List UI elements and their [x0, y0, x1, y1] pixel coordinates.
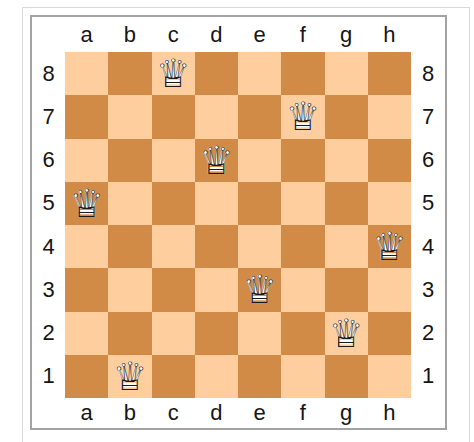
- file-label-bottom-g: g: [325, 398, 368, 428]
- rank-labels-left: 87654321: [32, 52, 65, 398]
- rank-label-left-5: 5: [32, 182, 65, 225]
- square-b1[interactable]: ♛♕: [108, 355, 151, 398]
- file-label-top-e: e: [238, 17, 281, 52]
- square-a7[interactable]: [65, 95, 108, 138]
- square-c2[interactable]: [152, 312, 195, 355]
- square-h2[interactable]: [368, 312, 411, 355]
- square-h7[interactable]: [368, 95, 411, 138]
- square-c8[interactable]: ♛♕: [152, 52, 195, 95]
- square-f7[interactable]: ♛♕: [281, 95, 324, 138]
- square-g2[interactable]: ♛♕: [325, 312, 368, 355]
- square-a8[interactable]: [65, 52, 108, 95]
- rank-label-left-6: 6: [32, 139, 65, 182]
- square-c6[interactable]: [152, 139, 195, 182]
- square-h5[interactable]: [368, 182, 411, 225]
- square-d6[interactable]: ♛♕: [195, 139, 238, 182]
- square-h6[interactable]: [368, 139, 411, 182]
- rank-label-right-4: 4: [411, 225, 445, 268]
- file-label-top-c: c: [152, 17, 195, 52]
- rank-labels-right: 87654321: [411, 52, 445, 398]
- square-c1[interactable]: [152, 355, 195, 398]
- white-queen-g2[interactable]: ♛♕: [325, 312, 368, 355]
- square-g5[interactable]: [325, 182, 368, 225]
- white-queen-outline-glyph: ♕: [195, 139, 238, 182]
- rank-label-left-8: 8: [32, 52, 65, 95]
- file-label-top-b: b: [108, 17, 151, 52]
- square-h3[interactable]: [368, 268, 411, 311]
- square-d8[interactable]: [195, 52, 238, 95]
- file-label-top-g: g: [325, 17, 368, 52]
- square-d3[interactable]: [195, 268, 238, 311]
- square-b2[interactable]: [108, 312, 151, 355]
- square-f3[interactable]: [281, 268, 324, 311]
- square-a3[interactable]: [65, 268, 108, 311]
- white-queen-f7[interactable]: ♛♕: [281, 95, 324, 138]
- square-c4[interactable]: [152, 225, 195, 268]
- file-labels-top: abcdefgh: [65, 17, 411, 52]
- chess-board: ♛♕♛♕♛♕♛♕♛♕♛♕♛♕♛♕: [65, 52, 411, 398]
- square-g8[interactable]: [325, 52, 368, 95]
- rank-label-left-1: 1: [32, 355, 65, 398]
- square-e7[interactable]: [238, 95, 281, 138]
- rank-label-right-6: 6: [411, 139, 445, 182]
- white-queen-outline-glyph: ♕: [238, 268, 281, 311]
- square-e6[interactable]: [238, 139, 281, 182]
- white-queen-h4[interactable]: ♛♕: [368, 225, 411, 268]
- square-h1[interactable]: [368, 355, 411, 398]
- rank-label-left-4: 4: [32, 225, 65, 268]
- square-e8[interactable]: [238, 52, 281, 95]
- white-queen-outline-glyph: ♕: [65, 182, 108, 225]
- square-d5[interactable]: [195, 182, 238, 225]
- white-queen-d6[interactable]: ♛♕: [195, 139, 238, 182]
- square-e4[interactable]: [238, 225, 281, 268]
- square-g3[interactable]: [325, 268, 368, 311]
- white-queen-e3[interactable]: ♛♕: [238, 268, 281, 311]
- white-queen-c8[interactable]: ♛♕: [152, 52, 195, 95]
- file-label-bottom-a: a: [65, 398, 108, 428]
- rank-label-right-5: 5: [411, 182, 445, 225]
- square-g4[interactable]: [325, 225, 368, 268]
- square-f4[interactable]: [281, 225, 324, 268]
- rank-label-right-8: 8: [411, 52, 445, 95]
- square-e1[interactable]: [238, 355, 281, 398]
- square-d1[interactable]: [195, 355, 238, 398]
- page: abcdefgh 87654321 ♛♕♛♕♛♕♛♕♛♕♛♕♛♕♛♕ 87654…: [0, 0, 474, 442]
- white-queen-b1[interactable]: ♛♕: [108, 355, 151, 398]
- square-b7[interactable]: [108, 95, 151, 138]
- white-queen-outline-glyph: ♕: [368, 225, 411, 268]
- file-labels-bottom: abcdefgh: [65, 398, 411, 428]
- square-f8[interactable]: [281, 52, 324, 95]
- square-c3[interactable]: [152, 268, 195, 311]
- file-label-top-d: d: [195, 17, 238, 52]
- square-b5[interactable]: [108, 182, 151, 225]
- white-queen-outline-glyph: ♕: [108, 355, 151, 398]
- square-g6[interactable]: [325, 139, 368, 182]
- square-e3[interactable]: ♛♕: [238, 268, 281, 311]
- rank-label-left-7: 7: [32, 95, 65, 138]
- white-queen-outline-glyph: ♕: [152, 52, 195, 95]
- file-label-top-f: f: [281, 17, 324, 52]
- rank-label-left-2: 2: [32, 312, 65, 355]
- image-frame: abcdefgh 87654321 ♛♕♛♕♛♕♛♕♛♕♛♕♛♕♛♕ 87654…: [22, 7, 470, 442]
- file-label-bottom-d: d: [195, 398, 238, 428]
- rank-label-right-7: 7: [411, 95, 445, 138]
- square-f6[interactable]: [281, 139, 324, 182]
- square-b8[interactable]: [108, 52, 151, 95]
- file-label-bottom-e: e: [238, 398, 281, 428]
- square-a5[interactable]: ♛♕: [65, 182, 108, 225]
- file-label-bottom-f: f: [281, 398, 324, 428]
- square-g1[interactable]: [325, 355, 368, 398]
- square-f1[interactable]: [281, 355, 324, 398]
- square-f5[interactable]: [281, 182, 324, 225]
- square-a1[interactable]: [65, 355, 108, 398]
- rank-label-right-1: 1: [411, 355, 445, 398]
- square-c5[interactable]: [152, 182, 195, 225]
- square-g7[interactable]: [325, 95, 368, 138]
- square-e2[interactable]: [238, 312, 281, 355]
- square-b4[interactable]: [108, 225, 151, 268]
- square-f2[interactable]: [281, 312, 324, 355]
- square-a4[interactable]: [65, 225, 108, 268]
- white-queen-outline-glyph: ♕: [325, 312, 368, 355]
- chess-diagram: abcdefgh 87654321 ♛♕♛♕♛♕♛♕♛♕♛♕♛♕♛♕ 87654…: [30, 15, 447, 430]
- rank-label-right-2: 2: [411, 312, 445, 355]
- square-a6[interactable]: [65, 139, 108, 182]
- square-h4[interactable]: ♛♕: [368, 225, 411, 268]
- white-queen-a5[interactable]: ♛♕: [65, 182, 108, 225]
- square-a2[interactable]: [65, 312, 108, 355]
- file-label-top-a: a: [65, 17, 108, 52]
- rank-label-right-3: 3: [411, 268, 445, 311]
- square-d4[interactable]: [195, 225, 238, 268]
- square-h8[interactable]: [368, 52, 411, 95]
- file-label-bottom-b: b: [108, 398, 151, 428]
- file-label-bottom-h: h: [368, 398, 411, 428]
- square-b6[interactable]: [108, 139, 151, 182]
- white-queen-outline-glyph: ♕: [281, 95, 324, 138]
- square-b3[interactable]: [108, 268, 151, 311]
- file-label-top-h: h: [368, 17, 411, 52]
- square-c7[interactable]: [152, 95, 195, 138]
- square-d7[interactable]: [195, 95, 238, 138]
- rank-label-left-3: 3: [32, 268, 65, 311]
- file-label-bottom-c: c: [152, 398, 195, 428]
- square-e5[interactable]: [238, 182, 281, 225]
- square-d2[interactable]: [195, 312, 238, 355]
